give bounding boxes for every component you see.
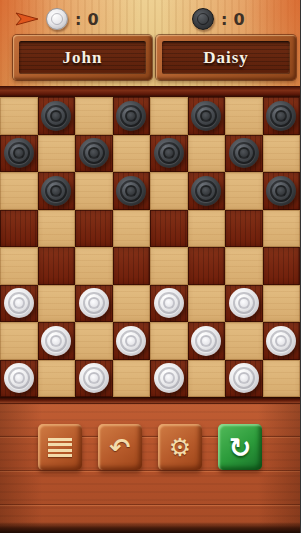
white-checker[interactable] — [41, 326, 71, 356]
white-checker[interactable] — [154, 363, 184, 393]
menu-button[interactable] — [38, 424, 82, 470]
board-square[interactable] — [113, 97, 151, 135]
white-score-group: : 0 — [15, 8, 99, 30]
black-piece-icon — [192, 8, 214, 30]
black-score-separator: : — [221, 10, 227, 29]
board-square — [0, 247, 38, 285]
board-square — [0, 97, 38, 135]
board-square[interactable] — [38, 97, 76, 135]
black-checker[interactable] — [4, 138, 34, 168]
black-checker[interactable] — [116, 101, 146, 131]
board-square[interactable] — [188, 97, 226, 135]
black-checker[interactable] — [191, 176, 221, 206]
board-square — [188, 135, 226, 173]
board-square — [263, 210, 301, 248]
checkers-app: : 0 : 0 John Daisy ↶ ⚙ ↻ — [0, 0, 300, 533]
board-square — [0, 322, 38, 360]
board-square — [225, 172, 263, 210]
hamburger-menu-icon — [48, 438, 72, 457]
board-square[interactable] — [113, 172, 151, 210]
board-square[interactable] — [38, 172, 76, 210]
board-square[interactable] — [263, 97, 301, 135]
board-square — [263, 360, 301, 398]
board-square[interactable] — [38, 322, 76, 360]
board-square — [38, 135, 76, 173]
board-square — [38, 210, 76, 248]
board-square — [225, 322, 263, 360]
board-square[interactable] — [150, 285, 188, 323]
turn-indicator-arrow-icon — [15, 10, 39, 28]
board-square[interactable] — [263, 172, 301, 210]
board-square — [188, 285, 226, 323]
black-score-group: : 0 — [192, 8, 245, 30]
white-checker[interactable] — [154, 288, 184, 318]
white-checker[interactable] — [4, 363, 34, 393]
board-square[interactable] — [150, 210, 188, 248]
board-square — [225, 97, 263, 135]
board-square — [75, 322, 113, 360]
board-square — [263, 285, 301, 323]
board-square[interactable] — [75, 210, 113, 248]
board-square[interactable] — [188, 247, 226, 285]
black-checker[interactable] — [41, 176, 71, 206]
board-square — [38, 285, 76, 323]
board-square[interactable] — [263, 247, 301, 285]
board-square[interactable] — [188, 172, 226, 210]
white-score-value: 0 — [87, 10, 98, 29]
white-player-plate: John — [13, 35, 152, 80]
board-square[interactable] — [150, 360, 188, 398]
black-checker[interactable] — [79, 138, 109, 168]
board-square — [113, 210, 151, 248]
board-square — [188, 210, 226, 248]
board-frame-bottom — [0, 397, 300, 404]
board-square[interactable] — [225, 210, 263, 248]
black-player-plate-panel: Daisy — [162, 41, 290, 74]
white-checker[interactable] — [79, 288, 109, 318]
undo-arrow-icon: ↶ — [110, 435, 131, 460]
white-piece-icon — [46, 8, 68, 30]
white-checker[interactable] — [266, 326, 296, 356]
board-square — [113, 360, 151, 398]
board-square — [113, 135, 151, 173]
restart-arrow-icon: ↻ — [229, 434, 252, 461]
board-square — [75, 97, 113, 135]
gear-icon: ⚙ — [169, 435, 191, 460]
board-square[interactable] — [150, 135, 188, 173]
settings-button[interactable]: ⚙ — [158, 424, 202, 470]
board-square — [150, 322, 188, 360]
board-square[interactable] — [0, 285, 38, 323]
board-square — [263, 135, 301, 173]
white-checker[interactable] — [4, 288, 34, 318]
board-square[interactable] — [0, 135, 38, 173]
white-checker[interactable] — [116, 326, 146, 356]
board-square[interactable] — [263, 322, 301, 360]
board-square — [113, 285, 151, 323]
bottom-dark-edge — [0, 522, 300, 533]
black-checker[interactable] — [154, 138, 184, 168]
board-square — [150, 97, 188, 135]
black-player-name: Daisy — [203, 48, 249, 68]
board-square[interactable] — [0, 210, 38, 248]
board-square[interactable] — [113, 322, 151, 360]
white-checker[interactable] — [79, 363, 109, 393]
black-checker[interactable] — [191, 101, 221, 131]
board-square — [150, 172, 188, 210]
board-square — [150, 247, 188, 285]
board-square — [75, 172, 113, 210]
board-square — [225, 247, 263, 285]
white-checker[interactable] — [191, 326, 221, 356]
board-square — [0, 172, 38, 210]
black-checker[interactable] — [41, 101, 71, 131]
black-checker[interactable] — [229, 138, 259, 168]
board-square[interactable] — [225, 360, 263, 398]
board-square[interactable] — [113, 247, 151, 285]
board-square[interactable] — [75, 135, 113, 173]
board-frame-top — [0, 86, 300, 97]
black-score-value: 0 — [233, 10, 244, 29]
white-checker[interactable] — [229, 288, 259, 318]
white-player-name: John — [63, 48, 103, 68]
board-square[interactable] — [225, 285, 263, 323]
black-checker[interactable] — [116, 176, 146, 206]
black-checker[interactable] — [266, 176, 296, 206]
white-score-separator: : — [75, 10, 81, 29]
board-square[interactable] — [38, 247, 76, 285]
board-square[interactable] — [0, 360, 38, 398]
board-square[interactable] — [75, 360, 113, 398]
white-player-plate-panel: John — [19, 41, 146, 74]
new-game-button[interactable]: ↻ — [218, 424, 262, 470]
board-square — [38, 360, 76, 398]
toolbar: ↶ ⚙ ↻ — [38, 424, 262, 470]
board-square — [188, 360, 226, 398]
black-player-plate: Daisy — [156, 35, 296, 80]
white-checker[interactable] — [229, 363, 259, 393]
undo-button[interactable]: ↶ — [98, 424, 142, 470]
black-checker[interactable] — [266, 101, 296, 131]
board-square[interactable] — [225, 135, 263, 173]
board — [0, 97, 300, 397]
board-square[interactable] — [75, 285, 113, 323]
board-square[interactable] — [188, 322, 226, 360]
board-square — [75, 247, 113, 285]
